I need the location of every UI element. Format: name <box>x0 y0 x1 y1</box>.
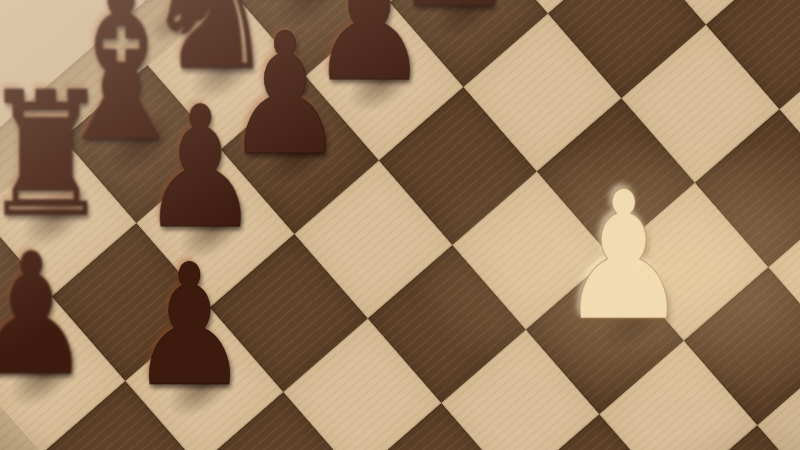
black-pawn-icon: ♟ <box>129 242 249 410</box>
chessboard-photo: ♜♝♞♛♟♟♟♟♟♟♟ <box>0 0 800 450</box>
board-grid: ♜♝♞♛♟♟♟♟♟♟♟ <box>0 0 800 450</box>
white-pawn-icon: ♟ <box>558 168 689 346</box>
chessboard: ♜♝♞♛♟♟♟♟♟♟♟ <box>0 0 800 450</box>
black-rook-icon: ♜ <box>0 70 111 242</box>
black-pawn-icon: ♟ <box>0 231 92 399</box>
black-pawn-icon: ♟ <box>140 84 260 252</box>
